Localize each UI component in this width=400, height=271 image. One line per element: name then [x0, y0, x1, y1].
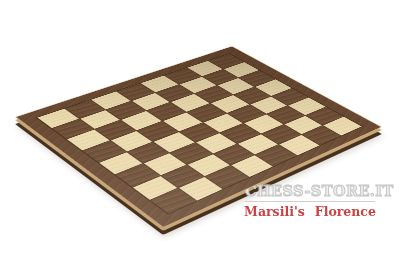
brand-line: Marsili's Florence	[245, 205, 375, 219]
watermark: CHESS-STORE.IT Marsili's Florence	[245, 182, 375, 219]
brand-name: Marsili's	[244, 205, 305, 219]
store-name: CHESS-STORE.IT	[245, 182, 375, 199]
product-photo: CHESS-STORE.IT Marsili's Florence	[0, 0, 400, 271]
divider-line	[245, 201, 375, 202]
city-name: Florence	[315, 205, 376, 219]
